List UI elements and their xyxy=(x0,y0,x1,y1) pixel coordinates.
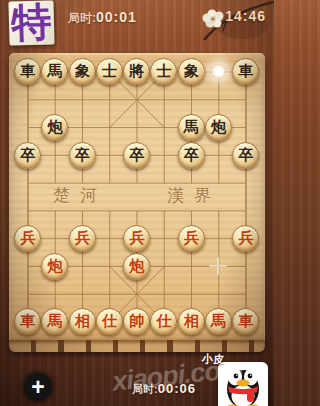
piece-black-soldier[interactable]: 卒 xyxy=(69,142,96,169)
piece-red-cannon[interactable]: 炮 xyxy=(123,253,150,280)
last-move-glow-marker xyxy=(211,64,226,79)
piece-red-chariot[interactable]: 車 xyxy=(14,308,41,335)
game-time-value: 00:01 xyxy=(96,9,137,25)
piece-black-soldier[interactable]: 卒 xyxy=(123,142,150,169)
piece-red-soldier[interactable]: 兵 xyxy=(123,225,150,252)
piece-black-elephant[interactable]: 象 xyxy=(178,58,205,85)
piece-red-chariot[interactable]: 車 xyxy=(232,308,259,335)
piece-black-general[interactable]: 將 xyxy=(123,58,150,85)
player-time-value: 00:06 xyxy=(158,381,196,396)
piece-red-cannon[interactable]: 炮 xyxy=(41,253,68,280)
system-clock: 14:46 xyxy=(225,8,266,24)
game-time-label: 局时: xyxy=(68,11,96,25)
piece-black-cannon[interactable]: 炮 xyxy=(41,114,68,141)
board-pieces-layer[interactable]: 車馬象士將士象車炮馬炮卒卒卒卒卒兵兵兵兵兵炮炮車馬相仕帥仕相馬車 xyxy=(14,58,259,336)
piece-red-elephant[interactable]: 相 xyxy=(69,308,96,335)
add-plus-button[interactable]: + xyxy=(24,373,52,401)
rank-seal-badge: 特 xyxy=(8,0,54,45)
player-time-label: 局时: xyxy=(132,383,158,395)
piece-red-general[interactable]: 帥 xyxy=(123,308,150,335)
plus-icon: + xyxy=(31,374,44,400)
piece-red-horse[interactable]: 馬 xyxy=(41,308,68,335)
piece-black-chariot[interactable]: 車 xyxy=(14,58,41,85)
piece-red-horse[interactable]: 馬 xyxy=(205,308,232,335)
player-game-timer: 局时:00:06 xyxy=(132,379,196,397)
piece-black-horse[interactable]: 馬 xyxy=(178,114,205,141)
piece-red-soldier[interactable]: 兵 xyxy=(178,225,205,252)
piece-black-advisor[interactable]: 士 xyxy=(96,58,123,85)
piece-red-soldier[interactable]: 兵 xyxy=(69,225,96,252)
piece-black-soldier[interactable]: 卒 xyxy=(14,142,41,169)
piece-red-soldier[interactable]: 兵 xyxy=(14,225,41,252)
piece-black-soldier[interactable]: 卒 xyxy=(232,142,259,169)
piece-red-soldier[interactable]: 兵 xyxy=(232,225,259,252)
last-move-sparkle-marker xyxy=(209,257,227,275)
piece-black-horse[interactable]: 馬 xyxy=(41,58,68,85)
piece-red-elephant[interactable]: 相 xyxy=(178,308,205,335)
piece-red-advisor[interactable]: 仕 xyxy=(96,308,123,335)
player-avatar[interactable] xyxy=(218,362,268,406)
board-bottom-edge xyxy=(9,340,265,352)
piece-black-elephant[interactable]: 象 xyxy=(69,58,96,85)
player-name: 小皮 xyxy=(202,352,224,367)
piece-red-advisor[interactable]: 仕 xyxy=(150,308,177,335)
rank-seal-character: 特 xyxy=(11,0,52,45)
piece-black-cannon[interactable]: 炮 xyxy=(205,114,232,141)
piece-black-soldier[interactable]: 卒 xyxy=(178,142,205,169)
piece-black-chariot[interactable]: 車 xyxy=(232,58,259,85)
piece-black-advisor[interactable]: 士 xyxy=(150,58,177,85)
opponent-game-timer: 局时:00:01 xyxy=(68,8,137,27)
qq-penguin-icon xyxy=(220,363,266,406)
